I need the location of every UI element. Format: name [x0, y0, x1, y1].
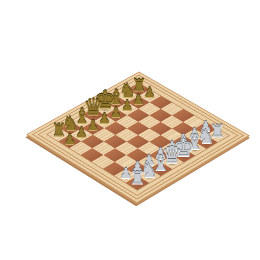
chess-set-photo: ♜♞♝♛♚♝♞♜♟♟♟♟♟♟♟♟♟♟♟♟♟♟♟♟♜♞♝♛♚♝♞♜ [0, 0, 260, 260]
chess-board [26, 72, 249, 204]
board-playing-area [46, 83, 230, 191]
